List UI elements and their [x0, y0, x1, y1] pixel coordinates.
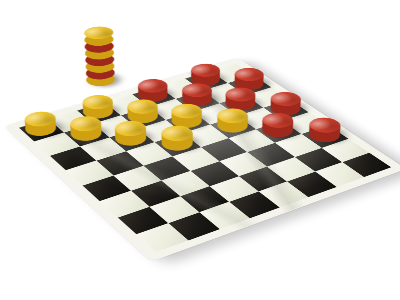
spare-pieces-stack	[81, 73, 120, 91]
checkers-mat	[5, 58, 400, 262]
product-photo	[0, 0, 400, 300]
